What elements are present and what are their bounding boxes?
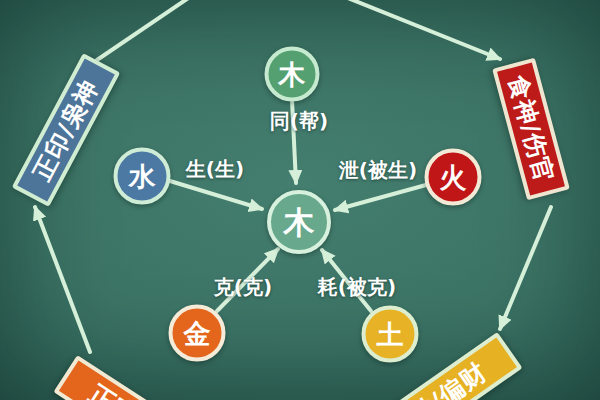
wuxing-diagram: 木 木 水 火 金 土 正印/枭神 食神/伤官 正官/七杀 正财/偏财 同(帮)… xyxy=(0,0,600,400)
node-wood-center: 木 xyxy=(267,190,331,254)
relation-label-sheng: 生(生) xyxy=(186,159,244,179)
node-metal: 金 xyxy=(169,305,226,362)
node-water: 水 xyxy=(114,148,171,205)
relation-label-xie: 泄(被生) xyxy=(339,160,417,180)
relation-label-tong: 同(帮) xyxy=(270,111,328,131)
arrow-water-to-center xyxy=(170,181,262,209)
node-earth: 土 xyxy=(362,306,419,363)
edge-vertex-to-output xyxy=(278,0,500,59)
arrow-fire-to-center xyxy=(335,185,426,210)
edge-output-to-wealth xyxy=(500,207,551,329)
relation-label-ke: 克(克) xyxy=(214,277,272,297)
edge-officer-to-resource xyxy=(35,207,90,352)
node-wood-top: 木 xyxy=(265,47,320,102)
relation-label-hao: 耗(被克) xyxy=(318,277,396,297)
edge-resource-to-vertex xyxy=(97,0,212,60)
node-fire: 火 xyxy=(425,149,482,206)
